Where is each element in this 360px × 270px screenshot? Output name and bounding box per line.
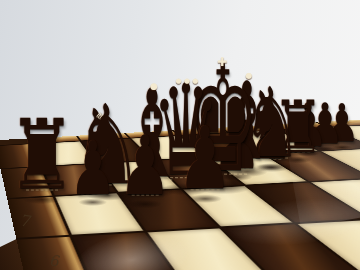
chess-piece-pawn-b7: ♟ — [119, 127, 172, 205]
piece-finial-c8: ● — [150, 82, 158, 91]
chess-piece-pawn-a7: ♟ — [69, 133, 117, 203]
chess-piece-rook-a8: ♜ — [8, 110, 77, 201]
chess-piece-pawn-c7: ♟ — [177, 118, 233, 200]
photo-scene: 876 ♜♞≋♝●♛● ● ●♚✚♝●♞♜♟♟♟♟♟♟♟♟ — [0, 0, 360, 270]
